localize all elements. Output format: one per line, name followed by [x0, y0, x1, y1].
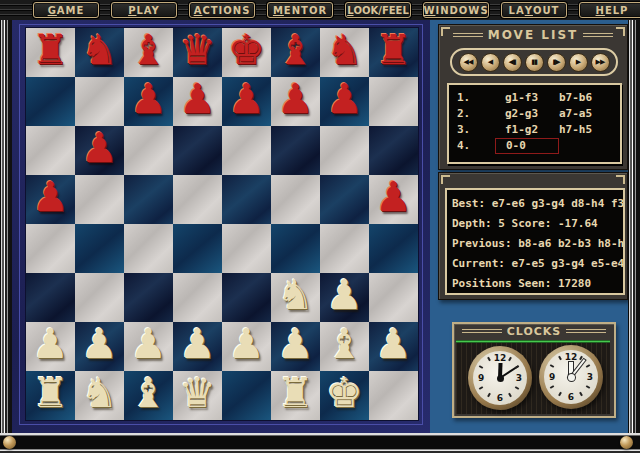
board-frame: ♜♞♝♛♚♝♞♜♟♟♟♟♟♟♟♟♞♟♟♟♟♟♟♟♝♟♜♞♝♛♜♚ [12, 20, 430, 433]
square-g7[interactable]: ♟ [320, 77, 369, 126]
menu-label: OUT [533, 5, 559, 16]
red-bishop-f8[interactable]: ♝ [277, 30, 314, 71]
square-h6[interactable] [369, 126, 418, 175]
square-b4[interactable] [75, 224, 124, 273]
square-c7[interactable]: ♟ [124, 77, 173, 126]
square-h3[interactable] [369, 273, 418, 322]
clock-tick [579, 392, 583, 396]
clock-tick [550, 385, 554, 389]
move-number: 1. [449, 90, 479, 106]
menu-label: H [596, 5, 605, 16]
square-c2[interactable]: ♟ [124, 322, 173, 371]
left-clock: 12 3 6 9 [468, 346, 532, 410]
white-pawn-g3[interactable]: ♟ [326, 275, 363, 316]
square-d2[interactable]: ♟ [173, 322, 222, 371]
red-pawn-a5[interactable]: ♟ [32, 177, 69, 218]
menu-label: CTIONS [202, 5, 250, 16]
square-a2[interactable]: ♟ [26, 322, 75, 371]
app-window: GAME PLAY ACTIONS MENTOR LOOK/FEEL WINDO… [0, 0, 640, 453]
clock-number: 6 [568, 392, 574, 402]
square-b6[interactable]: ♟ [75, 126, 124, 175]
red-pawn-b6[interactable]: ♟ [81, 128, 118, 169]
move-list[interactable]: 1.g1-f3b7-b6 2.g2-g3a7-a5 3.f1-g2h7-h5 4… [447, 83, 622, 164]
red-bishop-c8[interactable]: ♝ [130, 30, 167, 71]
menu-label: AME [57, 5, 85, 16]
square-d5[interactable] [173, 175, 222, 224]
menu-layout[interactable]: LAYOUT [501, 2, 567, 18]
square-e4[interactable] [222, 224, 271, 273]
right-clock: 12 3 6 9 [539, 345, 603, 409]
menu-label: A [194, 5, 203, 16]
square-a8[interactable]: ♜ [26, 28, 75, 77]
clock-tick [586, 385, 590, 389]
clock-number: 9 [549, 372, 555, 382]
white-move-highlighted[interactable]: 0-0 [495, 138, 559, 154]
square-f4[interactable] [271, 224, 320, 273]
move-row: 2.g2-g3a7-a5 [449, 106, 620, 122]
menu-windows[interactable]: WINDOWS [423, 2, 489, 18]
square-h7[interactable] [369, 77, 418, 126]
clocks-title: CLOCKS [507, 325, 562, 338]
square-c3[interactable] [124, 273, 173, 322]
white-pawn-c2[interactable]: ♟ [130, 324, 167, 365]
clock-number: 3 [587, 372, 593, 382]
square-b3[interactable] [75, 273, 124, 322]
clock-body: 12 3 6 9 12 3 6 9 [456, 343, 610, 414]
menu-label: ELP [605, 5, 629, 16]
square-a1[interactable]: ♜ [26, 371, 75, 420]
move-row: 1.g1-f3b7-b6 [449, 90, 620, 106]
move-number: 2. [449, 106, 479, 122]
analysis-current-line: Current: e7-e5 g3-g4 e5-e4 [452, 254, 623, 274]
square-f2[interactable]: ♟ [271, 322, 320, 371]
white-pawn-b2[interactable]: ♟ [81, 324, 118, 365]
white-move[interactable]: f1-g2 [495, 122, 559, 138]
menu-label: LAY [136, 5, 159, 16]
square-a7[interactable] [26, 77, 75, 126]
white-pawn-d2[interactable]: ♟ [179, 324, 216, 365]
menu-label: G [48, 5, 57, 16]
square-g1[interactable]: ♚ [320, 371, 369, 420]
menu-play[interactable]: PLAY [111, 2, 177, 18]
square-g4[interactable] [320, 224, 369, 273]
square-f8[interactable]: ♝ [271, 28, 320, 77]
square-b2[interactable]: ♟ [75, 322, 124, 371]
square-c4[interactable] [124, 224, 173, 273]
square-f3[interactable]: ♞ [271, 273, 320, 322]
white-pawn-f2[interactable]: ♟ [277, 324, 314, 365]
menu-label: INDOWS [435, 5, 488, 16]
square-h2[interactable]: ♟ [369, 322, 418, 371]
red-pawn-h5[interactable]: ♟ [375, 177, 412, 218]
square-f5[interactable] [271, 175, 320, 224]
menu-help[interactable]: HELP [579, 2, 640, 18]
right-clock-dial: 12 3 6 9 [544, 350, 598, 404]
square-e5[interactable] [222, 175, 271, 224]
clock-number: 9 [478, 373, 484, 383]
square-a4[interactable] [26, 224, 75, 273]
square-e1[interactable] [222, 371, 271, 420]
playback-controls: ◀◀ ◀ ◀▮ ▮▮ ▮▶ ▶ ▶▶ [450, 48, 618, 76]
white-move[interactable]: g1-f3 [495, 90, 559, 106]
square-g5[interactable] [320, 175, 369, 224]
analysis-best-line: Best: e7-e6 g3-g4 d8-h4 f3-h [452, 194, 623, 214]
analysis-previous-line: Previous: b8-a6 b2-b3 h8-h7 [452, 234, 623, 254]
square-c5[interactable] [124, 175, 173, 224]
square-d8[interactable]: ♛ [173, 28, 222, 77]
analysis-panel: Best: e7-e6 g3-g4 d8-h4 f3-h Depth: 5 Sc… [438, 172, 628, 300]
white-bishop-g2[interactable]: ♝ [326, 324, 363, 365]
analysis-depth-score: Depth: 5 Score: -17.64 [452, 214, 623, 234]
red-knight-g8[interactable]: ♞ [326, 30, 363, 71]
play-forward-button[interactable]: ▶ [569, 53, 588, 72]
menu-label: M [273, 5, 284, 16]
white-king-g1[interactable]: ♚ [326, 373, 363, 414]
square-d6[interactable] [173, 126, 222, 175]
red-pawn-d7[interactable]: ♟ [179, 79, 216, 120]
black-move[interactable] [559, 138, 620, 154]
square-g2[interactable]: ♝ [320, 322, 369, 371]
clock-number: 12 [494, 353, 507, 363]
square-e8[interactable]: ♚ [222, 28, 271, 77]
white-pawn-e2[interactable]: ♟ [228, 324, 265, 365]
clock-tick [515, 386, 519, 390]
square-g8[interactable]: ♞ [320, 28, 369, 77]
bottom-status-bar [0, 433, 640, 453]
clock-number: 3 [516, 373, 522, 383]
clock-tick [487, 357, 491, 361]
clock-number: 12 [565, 352, 578, 362]
square-f7[interactable]: ♟ [271, 77, 320, 126]
left-clock-dial: 12 3 6 9 [473, 351, 527, 405]
skip-to-end-button[interactable]: ▶▶ [591, 53, 610, 72]
gold-ball-icon [620, 436, 633, 449]
clock-tick [487, 393, 491, 397]
clock-tick [558, 392, 562, 396]
square-c8[interactable]: ♝ [124, 28, 173, 77]
square-a5[interactable]: ♟ [26, 175, 75, 224]
square-f6[interactable] [271, 126, 320, 175]
black-move[interactable]: a7-a5 [559, 106, 620, 122]
square-b7[interactable] [75, 77, 124, 126]
red-pawn-f7[interactable]: ♟ [277, 79, 314, 120]
white-rook-f1[interactable]: ♜ [277, 373, 314, 414]
red-knight-b8[interactable]: ♞ [81, 30, 118, 71]
red-queen-d8[interactable]: ♛ [179, 30, 216, 71]
red-pawn-e7[interactable]: ♟ [228, 79, 265, 120]
black-move[interactable]: b7-b6 [559, 90, 620, 106]
clock-tick [479, 386, 483, 390]
square-d1[interactable]: ♛ [173, 371, 222, 420]
white-knight-f3[interactable]: ♞ [277, 275, 314, 316]
move-list-panel: MOVE LIST ◀◀ ◀ ◀▮ ▮▮ ▮▶ ▶ ▶▶ 1.g1-f3b7-b… [438, 24, 628, 170]
move-list-title: MOVE LIST [488, 28, 578, 42]
red-pawn-g7[interactable]: ♟ [326, 79, 363, 120]
square-e6[interactable] [222, 126, 271, 175]
clock-tick [508, 393, 512, 397]
pause-button[interactable]: ▮▮ [525, 53, 544, 72]
white-knight-b1[interactable]: ♞ [81, 373, 118, 414]
menu-label: OOK/FEEL [354, 5, 409, 16]
play-backward-button[interactable]: ◀ [481, 53, 500, 72]
black-move[interactable]: h7-h5 [559, 122, 620, 138]
square-b1[interactable]: ♞ [75, 371, 124, 420]
square-c6[interactable] [124, 126, 173, 175]
menu-label: P [128, 5, 136, 16]
square-e7[interactable]: ♟ [222, 77, 271, 126]
menu-label: LA [509, 5, 525, 16]
clock-tick [550, 364, 554, 368]
clocks-panel: CLOCKS 12 3 6 9 12 3 6 [452, 322, 616, 418]
title-rule [566, 329, 606, 333]
clock-tick [515, 365, 519, 369]
white-move[interactable]: g2-g3 [495, 106, 559, 122]
frame-corner-icon [616, 175, 625, 184]
move-row: 4.0-0 [449, 138, 620, 154]
menu-label: Y [525, 5, 533, 16]
square-c1[interactable]: ♝ [124, 371, 173, 420]
analysis-text-box: Best: e7-e6 g3-g4 d8-h4 f3-h Depth: 5 Sc… [445, 188, 625, 295]
square-b5[interactable] [75, 175, 124, 224]
clock-number: 6 [497, 393, 503, 403]
right-rail-decoration [628, 20, 640, 433]
white-pawn-a2[interactable]: ♟ [32, 324, 69, 365]
menu-game[interactable]: GAME [33, 2, 99, 18]
square-d7[interactable]: ♟ [173, 77, 222, 126]
white-queen-d1[interactable]: ♛ [179, 373, 216, 414]
square-e3[interactable] [222, 273, 271, 322]
frame-corner-icon [441, 175, 450, 184]
step-forward-button[interactable]: ▮▶ [547, 53, 566, 72]
gold-ball-icon [3, 436, 16, 449]
chess-board: ♜♞♝♛♚♝♞♜♟♟♟♟♟♟♟♟♞♟♟♟♟♟♟♟♝♟♜♞♝♛♜♚ [26, 28, 418, 420]
step-backward-button[interactable]: ◀▮ [503, 53, 522, 72]
menu-label: ENTOR [284, 5, 327, 16]
square-h5[interactable]: ♟ [369, 175, 418, 224]
menu-label: W [423, 5, 435, 16]
square-e2[interactable]: ♟ [222, 322, 271, 371]
clock-tick [558, 356, 562, 360]
square-d3[interactable] [173, 273, 222, 322]
move-number: 3. [449, 122, 479, 138]
clock-tick [508, 357, 512, 361]
red-rook-a8[interactable]: ♜ [32, 30, 69, 71]
skip-to-start-button[interactable]: ◀◀ [459, 53, 478, 72]
clock-tick [479, 365, 483, 369]
clocks-title-row: CLOCKS [454, 324, 614, 338]
analysis-positions-seen: Positions Seen: 17280 [452, 274, 623, 294]
menu-mentor[interactable]: MENTOR [267, 2, 333, 18]
square-h8[interactable]: ♜ [369, 28, 418, 77]
left-rail-decoration [0, 20, 12, 433]
move-number: 4. [449, 138, 479, 154]
square-h4[interactable] [369, 224, 418, 273]
title-rule [462, 329, 502, 333]
title-rule [583, 33, 613, 37]
square-g6[interactable] [320, 126, 369, 175]
title-rule [453, 33, 483, 37]
menu-actions[interactable]: ACTIONS [189, 2, 255, 18]
menu-bar: GAME PLAY ACTIONS MENTOR LOOK/FEEL WINDO… [0, 0, 640, 20]
square-b8[interactable]: ♞ [75, 28, 124, 77]
white-rook-a1[interactable]: ♜ [32, 373, 69, 414]
square-d4[interactable] [173, 224, 222, 273]
clock-hub [568, 374, 575, 381]
square-a3[interactable] [26, 273, 75, 322]
white-pawn-h2[interactable]: ♟ [375, 324, 412, 365]
square-g3[interactable]: ♟ [320, 273, 369, 322]
red-king-e8[interactable]: ♚ [228, 30, 265, 71]
move-row: 3.f1-g2h7-h5 [449, 122, 620, 138]
clock-tick [586, 364, 590, 368]
square-f1[interactable]: ♜ [271, 371, 320, 420]
square-a6[interactable] [26, 126, 75, 175]
red-pawn-c7[interactable]: ♟ [130, 79, 167, 120]
red-rook-h8[interactable]: ♜ [375, 30, 412, 71]
white-bishop-c1[interactable]: ♝ [130, 373, 167, 414]
clock-hub [497, 375, 504, 382]
square-h1[interactable] [369, 371, 418, 420]
menu-look-feel[interactable]: LOOK/FEEL [345, 2, 411, 18]
move-list-title-row: MOVE LIST [439, 28, 627, 42]
